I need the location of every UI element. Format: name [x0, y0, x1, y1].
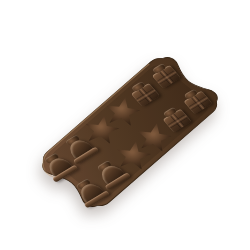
mold-drop-shadow — [0, 0, 250, 250]
chocolate-mold — [28, 45, 232, 218]
mold-tray — [28, 45, 232, 218]
product-photo — [0, 0, 250, 250]
